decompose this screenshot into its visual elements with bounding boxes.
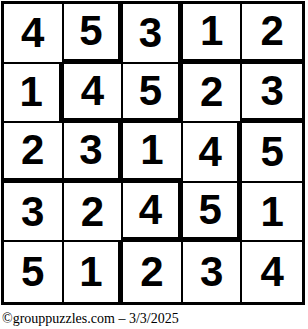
cell-r4c3: 4 xyxy=(123,183,183,243)
cell-r2c2: 4 xyxy=(64,64,124,124)
sudoku-5x5-board: 4531214523231453245151234 xyxy=(1,1,305,305)
cell-r4c5: 1 xyxy=(242,183,302,243)
cell-r4c2: 2 xyxy=(64,183,124,243)
cell-r3c3: 1 xyxy=(123,123,183,183)
cell-r1c2: 5 xyxy=(64,4,124,64)
cell-r1c4: 1 xyxy=(183,4,243,64)
cell-r2c5: 3 xyxy=(242,64,302,124)
puzzle-image: 4531214523231453245151234 ©grouppuzzles.… xyxy=(0,0,308,329)
cell-r1c5: 2 xyxy=(242,4,302,64)
cell-r5c5: 4 xyxy=(242,242,302,302)
cell-r2c4: 2 xyxy=(183,64,243,124)
cell-r4c4: 5 xyxy=(183,183,243,243)
cell-r3c1: 2 xyxy=(4,123,64,183)
cell-r2c3: 5 xyxy=(123,64,183,124)
copyright-footer: ©grouppuzzles.com – 3/3/2025 xyxy=(2,310,179,327)
cell-r3c5: 5 xyxy=(242,123,302,183)
cell-r5c1: 5 xyxy=(4,242,64,302)
cell-r5c2: 1 xyxy=(64,242,124,302)
cell-r5c3: 2 xyxy=(123,242,183,302)
cell-r4c1: 3 xyxy=(4,183,64,243)
cell-r3c4: 4 xyxy=(183,123,243,183)
cell-r1c1: 4 xyxy=(4,4,64,64)
cell-r3c2: 3 xyxy=(64,123,124,183)
cell-r2c1: 1 xyxy=(4,64,64,124)
cell-r5c4: 3 xyxy=(183,242,243,302)
cell-r1c3: 3 xyxy=(123,4,183,64)
